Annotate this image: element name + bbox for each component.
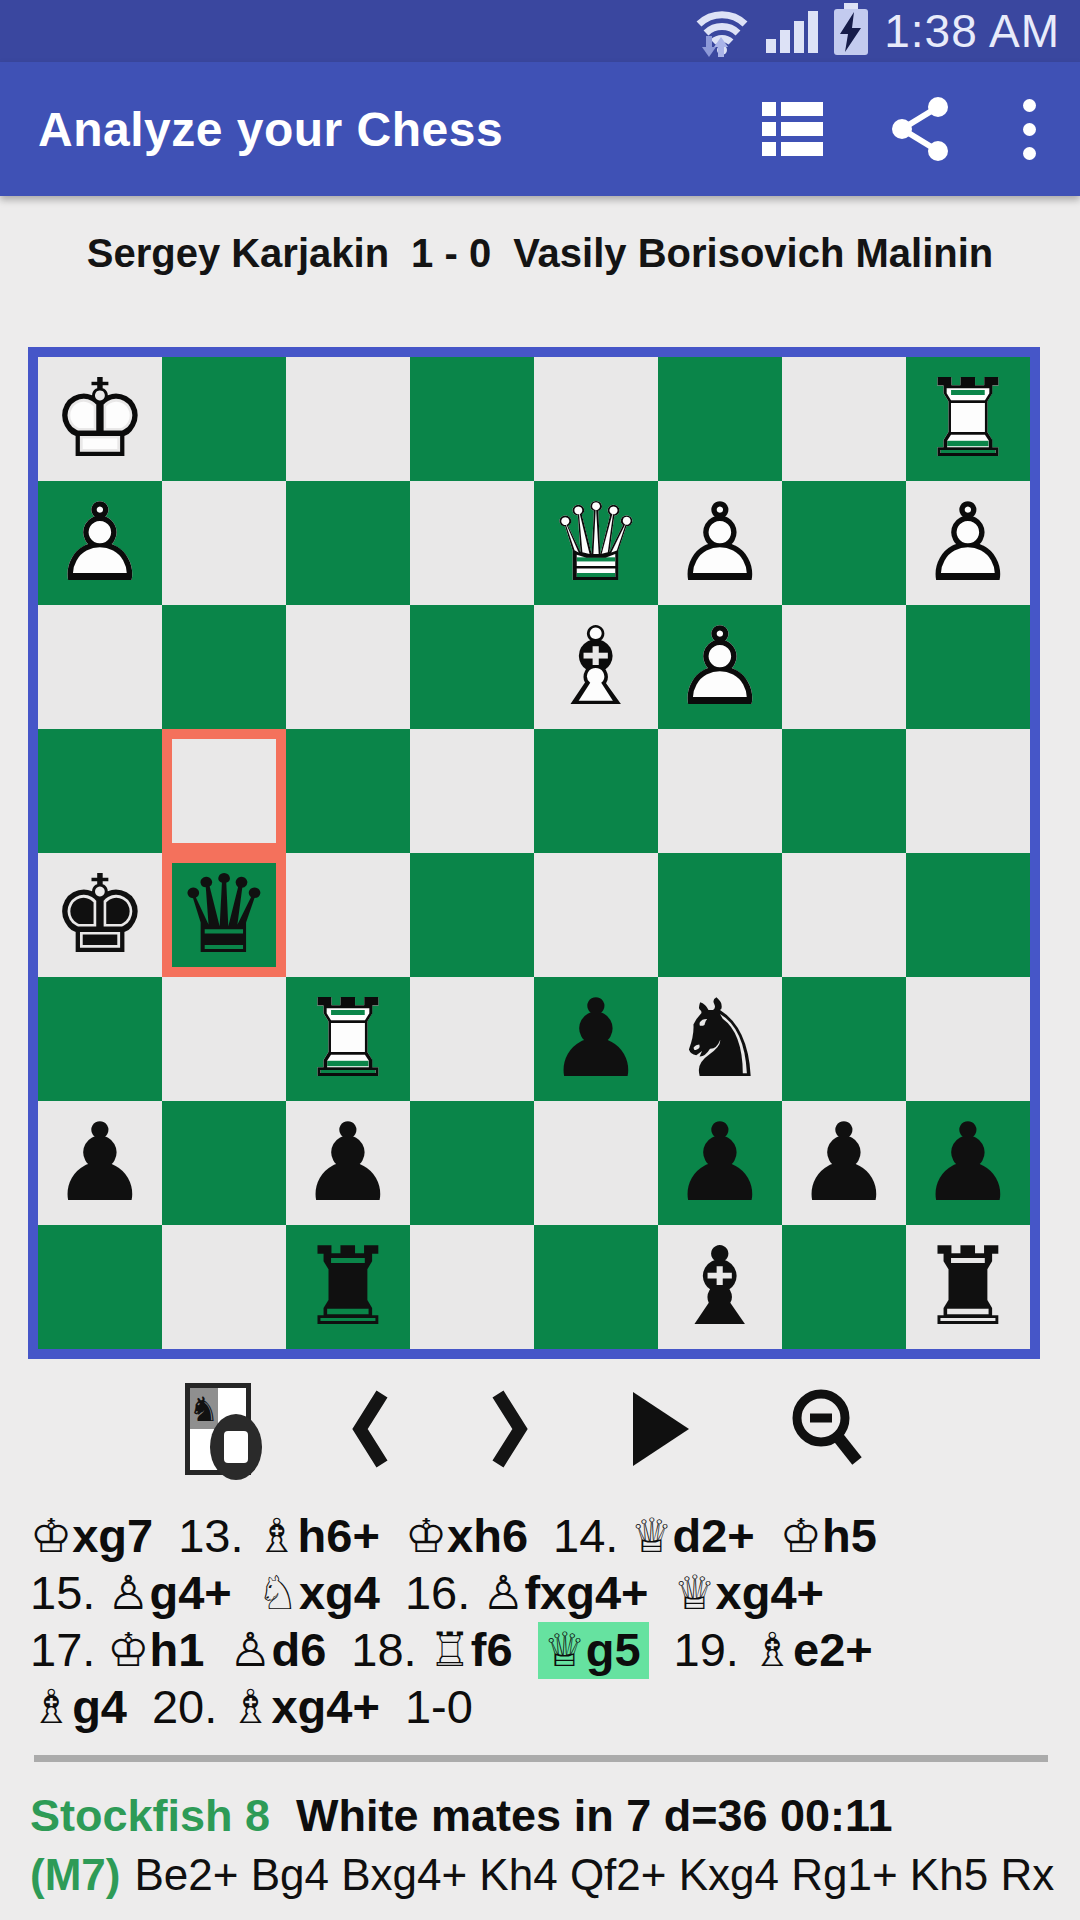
game-header: Sergey Karjakin1 - 0Vasily Borisovich Ma… [0, 230, 1080, 276]
square-c3[interactable]: ♟♙ [658, 605, 782, 729]
app-title: Analyze your Chess [38, 102, 503, 157]
move-token[interactable]: ♔h1 [107, 1623, 204, 1676]
square-g6[interactable] [162, 977, 286, 1101]
white-pawn: ♟♙ [672, 481, 769, 605]
move-number: 15. [30, 1566, 95, 1619]
black-pawn: ♟ [796, 1101, 893, 1225]
black-pawn: ♟ [548, 977, 645, 1101]
move-list: ♔xg713.♗h6+♔xh614.♕d2+♔h515.♙g4+♘xg416.♙… [30, 1507, 1080, 1735]
black-queen: ♛ [176, 853, 273, 977]
square-g1[interactable] [162, 357, 286, 481]
square-c8[interactable]: ♝ [658, 1225, 782, 1349]
black-pawn: ♟ [920, 1101, 1017, 1225]
square-e2[interactable] [410, 481, 534, 605]
square-h4[interactable] [38, 729, 162, 853]
move-token[interactable]: ♘xg4 [257, 1566, 380, 1619]
square-c7[interactable]: ♟ [658, 1101, 782, 1225]
black-rook: ♜ [300, 1225, 397, 1349]
nav-controls: ♞ [185, 1373, 865, 1485]
square-c6[interactable]: ♞ [658, 977, 782, 1101]
black-pawn: ♟ [672, 1101, 769, 1225]
move-number: 18. [351, 1623, 416, 1676]
move-token[interactable]: ♕d2+ [630, 1509, 754, 1562]
move-number: 19. [674, 1623, 739, 1676]
move-line: 15.♙g4+♘xg416.♙fxg4+♕xg4+ [30, 1564, 1080, 1621]
square-e1[interactable] [410, 357, 534, 481]
square-a3[interactable] [906, 605, 1030, 729]
black-player-name: Vasily Borisovich Malinin [513, 231, 993, 275]
move-token[interactable]: ♔h5 [780, 1509, 877, 1562]
next-move-icon[interactable] [489, 1389, 531, 1469]
square-a7[interactable]: ♟ [906, 1101, 1030, 1225]
square-f3[interactable] [286, 605, 410, 729]
square-d3[interactable]: ♝♗ [534, 605, 658, 729]
square-a8[interactable]: ♜ [906, 1225, 1030, 1349]
play-icon[interactable] [629, 1389, 691, 1469]
square-a6[interactable] [906, 977, 1030, 1101]
square-b7[interactable]: ♟ [782, 1101, 906, 1225]
square-d8[interactable] [534, 1225, 658, 1349]
square-h3[interactable] [38, 605, 162, 729]
move-token[interactable]: ♙g4+ [107, 1566, 231, 1619]
chess-board[interactable]: ♚♔♜♖♟♙♛♕♟♙♟♙♝♗♟♙♚♛♜♖♟♞♟♟♟♟♟♜♝♜ [28, 347, 1040, 1359]
black-rook: ♜ [920, 1225, 1017, 1349]
square-h7[interactable]: ♟ [38, 1101, 162, 1225]
square-b5[interactable] [782, 853, 906, 977]
move-token[interactable]: ♗xg4+ [229, 1680, 380, 1733]
square-f6[interactable]: ♜♖ [286, 977, 410, 1101]
square-c1[interactable] [658, 357, 782, 481]
square-b4[interactable] [782, 729, 906, 853]
white-pawn: ♟♙ [920, 481, 1017, 605]
square-h1[interactable]: ♚♔ [38, 357, 162, 481]
board-area: ♚♔♜♖♟♙♛♕♟♙♟♙♝♗♟♙♚♛♜♖♟♞♟♟♟♟♟♜♝♜ [28, 347, 1080, 1359]
square-f2[interactable] [286, 481, 410, 605]
square-f4[interactable] [286, 729, 410, 853]
black-king: ♚ [52, 853, 149, 977]
square-b6[interactable] [782, 977, 906, 1101]
move-token[interactable]: ♗e2+ [751, 1623, 873, 1676]
move-token[interactable]: ♔xg7 [30, 1509, 153, 1562]
white-bishop: ♝♗ [548, 605, 645, 729]
engine-panel: Stockfish 8White mates in 7 d=36 00:11 (… [30, 1786, 1080, 1904]
square-h6[interactable] [38, 977, 162, 1101]
board-thumbnail-icon[interactable]: ♞ [185, 1383, 251, 1475]
square-e6[interactable] [410, 977, 534, 1101]
square-e8[interactable] [410, 1225, 534, 1349]
move-token[interactable]: ♗g4 [30, 1680, 127, 1733]
square-e7[interactable] [410, 1101, 534, 1225]
move-list-icon[interactable] [762, 102, 823, 156]
white-rook: ♜♖ [920, 357, 1017, 481]
square-b8[interactable] [782, 1225, 906, 1349]
white-rook: ♜♖ [300, 977, 397, 1101]
square-g5[interactable]: ♛ [162, 853, 286, 977]
engine-name: Stockfish 8 [30, 1790, 270, 1841]
black-pawn: ♟ [52, 1101, 149, 1225]
square-d4[interactable] [534, 729, 658, 853]
game-result: 1 - 0 [411, 231, 491, 275]
engine-status: White mates in 7 d=36 00:11 [296, 1790, 893, 1841]
status-time: 1:38 AM [884, 4, 1060, 58]
thumb-piece-ring-icon [210, 1414, 262, 1480]
previous-move-icon[interactable] [349, 1389, 391, 1469]
move-number: 17. [30, 1623, 95, 1676]
square-a5[interactable] [906, 853, 1030, 977]
status-bar: 1:38 AM [0, 0, 1080, 62]
move-token[interactable]: ♙fxg4+ [482, 1566, 648, 1619]
move-line: 17.♔h1♙d618.♖f6♕g519.♗e2+ [30, 1621, 1080, 1678]
square-a1[interactable]: ♜♖ [906, 357, 1030, 481]
section-divider [34, 1755, 1048, 1762]
square-c2[interactable]: ♟♙ [658, 481, 782, 605]
white-player-name: Sergey Karjakin [87, 231, 389, 275]
square-f8[interactable]: ♜ [286, 1225, 410, 1349]
square-h2[interactable]: ♟♙ [38, 481, 162, 605]
thumb-knight-icon: ♞ [190, 1388, 218, 1429]
move-number: 13. [178, 1509, 243, 1562]
square-c5[interactable] [658, 853, 782, 977]
move-line: ♗g420.♗xg4+1-0 [30, 1678, 1080, 1735]
square-b3[interactable] [782, 605, 906, 729]
square-a2[interactable]: ♟♙ [906, 481, 1030, 605]
square-g4[interactable] [162, 729, 286, 853]
share-icon[interactable] [889, 96, 951, 162]
square-d7[interactable] [534, 1101, 658, 1225]
engine-pv: Be2+ Bg4 Bxg4+ Kh4 Qf2+ Kxg4 Rg1+ Kh5 Rx [134, 1850, 1054, 1899]
black-pawn: ♟ [300, 1101, 397, 1225]
square-f5[interactable] [286, 853, 410, 977]
square-g3[interactable] [162, 605, 286, 729]
wifi-icon [694, 5, 750, 57]
move-number: 1-0 [405, 1680, 473, 1733]
square-d6[interactable]: ♟ [534, 977, 658, 1101]
square-d2[interactable]: ♛♕ [534, 481, 658, 605]
square-a4[interactable] [906, 729, 1030, 853]
square-b2[interactable] [782, 481, 906, 605]
move-line: ♔xg713.♗h6+♔xh614.♕d2+♔h5 [30, 1507, 1080, 1564]
square-e5[interactable] [410, 853, 534, 977]
move-number: 14. [553, 1509, 618, 1562]
zoom-out-icon[interactable] [789, 1387, 865, 1471]
white-king: ♚♔ [52, 357, 149, 481]
square-f7[interactable]: ♟ [286, 1101, 410, 1225]
engine-eval: (M7) [30, 1850, 120, 1899]
square-g2[interactable] [162, 481, 286, 605]
black-bishop: ♝ [672, 1225, 769, 1349]
black-knight: ♞ [672, 977, 769, 1101]
square-h8[interactable] [38, 1225, 162, 1349]
current-move[interactable]: ♕g5 [538, 1622, 649, 1679]
square-f1[interactable] [286, 357, 410, 481]
move-token[interactable]: ♕xg4+ [673, 1566, 824, 1619]
white-queen: ♛♕ [548, 481, 645, 605]
square-b1[interactable] [782, 357, 906, 481]
square-e4[interactable] [410, 729, 534, 853]
app-bar: Analyze your Chess [0, 62, 1080, 196]
move-number: 20. [152, 1680, 217, 1733]
white-pawn: ♟♙ [672, 605, 769, 729]
square-g7[interactable] [162, 1101, 286, 1225]
overflow-menu-icon[interactable] [1017, 99, 1042, 160]
square-d1[interactable] [534, 357, 658, 481]
move-token[interactable]: ♔xh6 [405, 1509, 528, 1562]
white-pawn: ♟♙ [52, 481, 149, 605]
square-e3[interactable] [410, 605, 534, 729]
move-token[interactable]: ♗h6+ [255, 1509, 379, 1562]
square-c4[interactable] [658, 729, 782, 853]
move-token[interactable]: ♖f6 [429, 1623, 513, 1676]
square-h5[interactable]: ♚ [38, 853, 162, 977]
square-d5[interactable] [534, 853, 658, 977]
signal-icon [766, 9, 818, 53]
move-number: 16. [405, 1566, 470, 1619]
battery-charging-icon [834, 3, 868, 59]
square-g8[interactable] [162, 1225, 286, 1349]
move-token[interactable]: ♙d6 [229, 1623, 326, 1676]
